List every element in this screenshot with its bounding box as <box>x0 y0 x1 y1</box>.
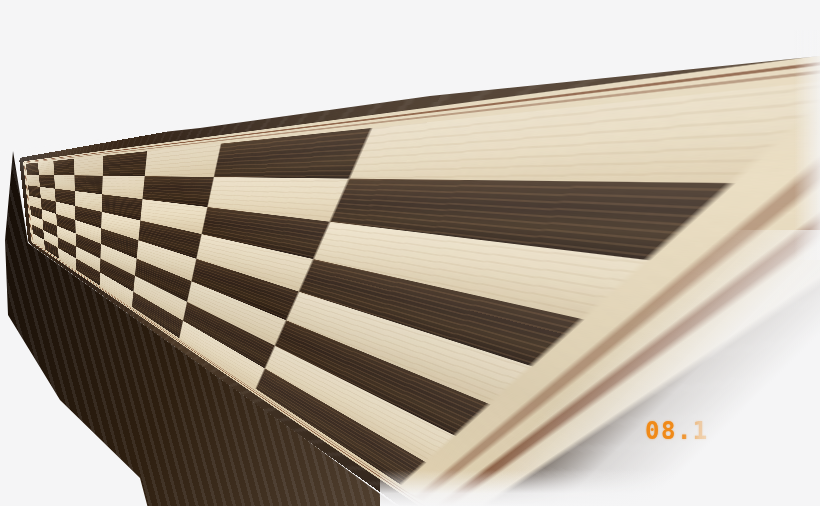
square-b1 <box>38 161 54 175</box>
photo-stage: 08.1 <box>0 0 820 506</box>
square-a1 <box>26 163 39 175</box>
square-d1 <box>74 156 103 176</box>
square-e1 <box>103 151 147 176</box>
camera-timestamp: 08.1 <box>645 417 709 445</box>
square-c1 <box>53 159 74 176</box>
